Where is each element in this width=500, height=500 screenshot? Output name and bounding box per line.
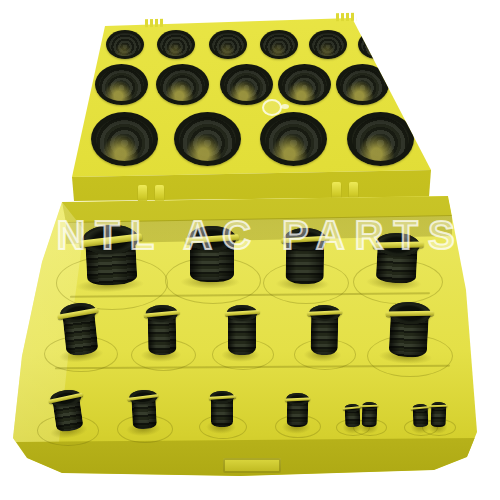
oring-kit-photo: INTL AC PARTS xyxy=(0,0,500,500)
top-oring xyxy=(210,391,233,403)
peg-blade xyxy=(224,310,259,316)
top-oring xyxy=(309,305,340,322)
tray-oring-stack-medium xyxy=(309,305,339,355)
tray-oring-stack-small xyxy=(286,393,308,427)
reflection-mark xyxy=(262,99,282,116)
tray-oring-stack-tiny-pair xyxy=(361,402,377,428)
peg-blade xyxy=(429,405,447,408)
peg-blade xyxy=(209,395,236,400)
peg-blade xyxy=(307,310,342,316)
peg-blade xyxy=(284,397,309,401)
tray-oring-stack-tiny-pair xyxy=(430,402,446,428)
tray-oring-stack-small xyxy=(211,391,233,427)
top-oring xyxy=(227,305,258,321)
peg-blade xyxy=(143,310,179,317)
peg-blade xyxy=(386,310,434,316)
top-oring xyxy=(286,393,308,405)
peg-blade xyxy=(58,307,99,319)
tray-oring-stack-small xyxy=(50,388,84,433)
peg-blade xyxy=(360,405,378,408)
peg-blade xyxy=(411,406,429,410)
tray-oring-stack-medium xyxy=(147,305,178,356)
tray-oring-stack-medium xyxy=(228,305,257,355)
peg-blade xyxy=(128,394,160,401)
tray-oring-stack-medium xyxy=(388,301,431,358)
tray-oring-stack-tiny-pair xyxy=(412,404,428,428)
tray-oring-stack-small xyxy=(130,389,158,429)
watermark-text: INTL AC PARTS xyxy=(0,213,500,258)
peg-blade xyxy=(343,406,361,410)
tray-oring-stack-medium xyxy=(60,301,99,356)
